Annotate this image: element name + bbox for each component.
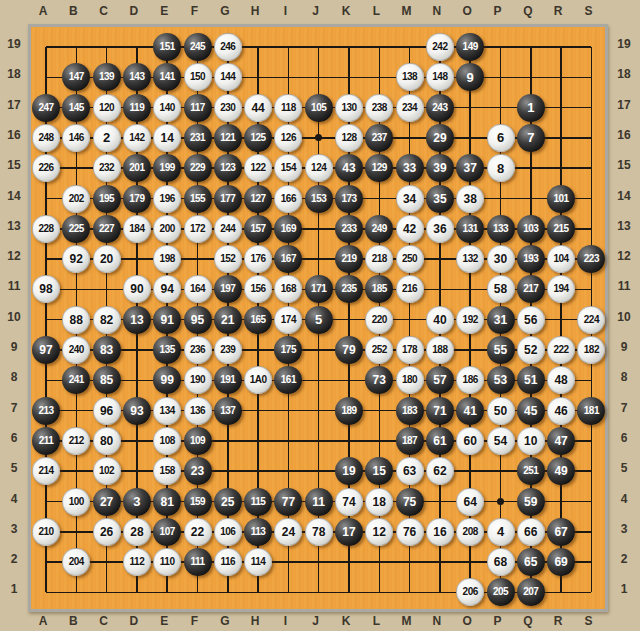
- stone-black-H16[interactable]: 125: [244, 124, 272, 152]
- stone-black-H3[interactable]: 113: [244, 518, 272, 546]
- stone-white-I17[interactable]: 118: [274, 94, 302, 122]
- stone-white-S10[interactable]: 224: [577, 306, 605, 334]
- stone-white-A16[interactable]: 248: [32, 124, 60, 152]
- stone-white-D16[interactable]: 142: [123, 124, 151, 152]
- stone-white-K17[interactable]: 130: [335, 94, 363, 122]
- move-number: 44: [251, 102, 264, 114]
- stone-black-Q1[interactable]: 207: [517, 578, 545, 606]
- stone-black-Q5[interactable]: 251: [517, 457, 545, 485]
- column-label-top: Q: [523, 4, 532, 18]
- stone-black-L5[interactable]: 15: [365, 457, 393, 485]
- move-number: 67: [554, 526, 567, 538]
- stone-white-Q9[interactable]: 52: [517, 336, 545, 364]
- stone-white-J3[interactable]: 78: [305, 518, 333, 546]
- stone-black-R5[interactable]: 49: [547, 457, 575, 485]
- stone-white-L3[interactable]: 12: [365, 518, 393, 546]
- column-label-top: G: [220, 4, 229, 18]
- stone-black-J14[interactable]: 153: [305, 185, 333, 213]
- stone-black-L11[interactable]: 185: [365, 275, 393, 303]
- stone-black-C9[interactable]: 83: [93, 336, 121, 364]
- stone-white-I10[interactable]: 174: [274, 306, 302, 334]
- stone-white-P3[interactable]: 4: [487, 518, 515, 546]
- stone-black-S12[interactable]: 223: [577, 245, 605, 273]
- move-number: 40: [433, 314, 446, 326]
- stone-white-N3[interactable]: 16: [426, 518, 454, 546]
- stone-white-C6[interactable]: 80: [93, 427, 121, 455]
- stone-white-M17[interactable]: 234: [396, 94, 424, 122]
- stone-white-Q6[interactable]: 10: [517, 427, 545, 455]
- stone-black-P10[interactable]: 31: [487, 306, 515, 334]
- move-number: 153: [311, 194, 326, 204]
- stone-black-P1[interactable]: 205: [487, 578, 515, 606]
- stone-black-J11[interactable]: 171: [305, 275, 333, 303]
- stone-black-Q2[interactable]: 65: [517, 548, 545, 576]
- stone-black-C4[interactable]: 27: [93, 488, 121, 516]
- stone-white-B4[interactable]: 100: [62, 488, 90, 516]
- move-number: 186: [463, 375, 478, 385]
- stone-black-I12[interactable]: 167: [274, 245, 302, 273]
- stone-black-K15[interactable]: 43: [335, 154, 363, 182]
- move-number: 129: [372, 163, 387, 173]
- stone-white-I3[interactable]: 24: [274, 518, 302, 546]
- stone-white-E16[interactable]: 14: [153, 124, 181, 152]
- stone-black-A17[interactable]: 247: [32, 94, 60, 122]
- move-number: 61: [433, 435, 446, 447]
- stone-white-N5[interactable]: 62: [426, 457, 454, 485]
- stone-white-N19[interactable]: 242: [426, 33, 454, 61]
- stone-black-R3[interactable]: 67: [547, 518, 575, 546]
- stone-black-Q4[interactable]: 59: [517, 488, 545, 516]
- stone-black-D18[interactable]: 143: [123, 63, 151, 91]
- stone-white-F7[interactable]: 136: [184, 397, 212, 425]
- stone-black-M15[interactable]: 33: [396, 154, 424, 182]
- stone-black-C18[interactable]: 139: [93, 63, 121, 91]
- stone-black-F17[interactable]: 117: [184, 94, 212, 122]
- stone-black-G4[interactable]: 25: [214, 488, 242, 516]
- stone-white-A3[interactable]: 210: [32, 518, 60, 546]
- stone-black-L16[interactable]: 237: [365, 124, 393, 152]
- move-number: 246: [220, 42, 235, 52]
- stone-white-F11[interactable]: 164: [184, 275, 212, 303]
- stone-white-O10[interactable]: 192: [456, 306, 484, 334]
- stone-white-C17[interactable]: 120: [93, 94, 121, 122]
- stone-black-J4[interactable]: 11: [305, 488, 333, 516]
- stone-white-B12[interactable]: 92: [62, 245, 90, 273]
- move-number: 105: [311, 103, 326, 113]
- stone-black-B17[interactable]: 145: [62, 94, 90, 122]
- stone-white-H11[interactable]: 156: [244, 275, 272, 303]
- stone-white-P2[interactable]: 68: [487, 548, 515, 576]
- stone-black-H10[interactable]: 165: [244, 306, 272, 334]
- stone-white-M13[interactable]: 42: [396, 215, 424, 243]
- stone-black-F4[interactable]: 159: [184, 488, 212, 516]
- stone-white-B16[interactable]: 146: [62, 124, 90, 152]
- stone-black-F6[interactable]: 109: [184, 427, 212, 455]
- stone-white-B10[interactable]: 88: [62, 306, 90, 334]
- move-number: 37: [464, 162, 477, 174]
- stone-black-L15[interactable]: 129: [365, 154, 393, 182]
- stone-black-R6[interactable]: 47: [547, 427, 575, 455]
- stone-black-Q12[interactable]: 193: [517, 245, 545, 273]
- stone-white-R9[interactable]: 222: [547, 336, 575, 364]
- move-number: 113: [251, 527, 266, 537]
- move-number: 157: [251, 224, 266, 234]
- move-number: 19: [342, 465, 355, 477]
- move-number: 241: [69, 375, 84, 385]
- stone-black-L13[interactable]: 249: [365, 215, 393, 243]
- move-number: 126: [281, 133, 296, 143]
- stone-white-L17[interactable]: 238: [365, 94, 393, 122]
- stone-black-C14[interactable]: 195: [93, 185, 121, 213]
- stone-white-M14[interactable]: 34: [396, 185, 424, 213]
- move-number: 180: [402, 375, 417, 385]
- stone-black-R14[interactable]: 101: [547, 185, 575, 213]
- stone-white-A5[interactable]: 214: [32, 457, 60, 485]
- stone-white-F18[interactable]: 150: [184, 63, 212, 91]
- stone-white-E5[interactable]: 158: [153, 457, 181, 485]
- stone-black-I9[interactable]: 175: [274, 336, 302, 364]
- stone-white-A13[interactable]: 228: [32, 215, 60, 243]
- stone-white-A15[interactable]: 226: [32, 154, 60, 182]
- stone-white-H17[interactable]: 44: [244, 94, 272, 122]
- move-number: 75: [403, 496, 416, 508]
- stone-black-C8[interactable]: 85: [93, 366, 121, 394]
- stone-black-G14[interactable]: 177: [214, 185, 242, 213]
- stone-white-B2[interactable]: 204: [62, 548, 90, 576]
- stone-black-E4[interactable]: 81: [153, 488, 181, 516]
- stone-white-C16[interactable]: 2: [93, 124, 121, 152]
- stone-white-I15[interactable]: 154: [274, 154, 302, 182]
- stone-black-Q17[interactable]: 1: [517, 94, 545, 122]
- move-number: 90: [130, 283, 143, 295]
- stone-black-N8[interactable]: 57: [426, 366, 454, 394]
- stone-white-E6[interactable]: 108: [153, 427, 181, 455]
- move-number: 189: [341, 406, 356, 416]
- move-number: 174: [281, 315, 296, 325]
- stone-black-A7[interactable]: 213: [32, 397, 60, 425]
- stone-black-B18[interactable]: 147: [62, 63, 90, 91]
- stone-black-K13[interactable]: 233: [335, 215, 363, 243]
- move-number: 154: [281, 163, 296, 173]
- stone-black-G15[interactable]: 123: [214, 154, 242, 182]
- stone-black-B13[interactable]: 225: [62, 215, 90, 243]
- stone-white-H15[interactable]: 122: [244, 154, 272, 182]
- stone-black-J17[interactable]: 105: [305, 94, 333, 122]
- move-number: 132: [463, 254, 478, 264]
- stone-black-F10[interactable]: 95: [184, 306, 212, 334]
- stone-white-L9[interactable]: 252: [365, 336, 393, 364]
- stone-black-Q16[interactable]: 7: [517, 124, 545, 152]
- stone-black-K14[interactable]: 173: [335, 185, 363, 213]
- stone-white-N9[interactable]: 188: [426, 336, 454, 364]
- stone-white-D13[interactable]: 184: [123, 215, 151, 243]
- stone-white-H12[interactable]: 176: [244, 245, 272, 273]
- stone-black-K12[interactable]: 219: [335, 245, 363, 273]
- stone-black-J10[interactable]: 5: [305, 306, 333, 334]
- move-number: 188: [432, 345, 447, 355]
- move-number: 4: [497, 525, 504, 538]
- stone-white-R11[interactable]: 194: [547, 275, 575, 303]
- stone-black-N14[interactable]: 35: [426, 185, 454, 213]
- stone-white-G17[interactable]: 230: [214, 94, 242, 122]
- stone-black-G7[interactable]: 137: [214, 397, 242, 425]
- stone-black-R2[interactable]: 69: [547, 548, 575, 576]
- stone-black-N15[interactable]: 39: [426, 154, 454, 182]
- move-number: 199: [160, 163, 175, 173]
- move-number: 121: [220, 133, 235, 143]
- stone-white-E12[interactable]: 198: [153, 245, 181, 273]
- stone-black-A6[interactable]: 211: [32, 427, 60, 455]
- stone-white-E2[interactable]: 110: [153, 548, 181, 576]
- stone-white-F3[interactable]: 22: [184, 518, 212, 546]
- stone-black-E3[interactable]: 107: [153, 518, 181, 546]
- stone-white-P12[interactable]: 30: [487, 245, 515, 273]
- move-number: 27: [100, 496, 113, 508]
- stone-black-H13[interactable]: 157: [244, 215, 272, 243]
- stone-white-P16[interactable]: 6: [487, 124, 515, 152]
- move-number: 24: [282, 526, 295, 538]
- stone-black-F2[interactable]: 111: [184, 548, 212, 576]
- move-number: 123: [220, 163, 235, 173]
- stone-white-D3[interactable]: 28: [123, 518, 151, 546]
- stone-white-G18[interactable]: 144: [214, 63, 242, 91]
- stone-white-L12[interactable]: 218: [365, 245, 393, 273]
- stone-black-G11[interactable]: 197: [214, 275, 242, 303]
- move-number: 164: [190, 284, 205, 294]
- stone-white-C10[interactable]: 82: [93, 306, 121, 334]
- column-label-top: J: [312, 4, 319, 18]
- stone-black-O19[interactable]: 149: [456, 33, 484, 61]
- stone-black-E9[interactable]: 135: [153, 336, 181, 364]
- stone-black-M7[interactable]: 183: [396, 397, 424, 425]
- move-number: 219: [341, 254, 356, 264]
- stone-white-R12[interactable]: 104: [547, 245, 575, 273]
- stone-white-C15[interactable]: 232: [93, 154, 121, 182]
- stone-white-E13[interactable]: 200: [153, 215, 181, 243]
- stone-white-G13[interactable]: 244: [214, 215, 242, 243]
- stone-black-N6[interactable]: 61: [426, 427, 454, 455]
- stone-black-M4[interactable]: 75: [396, 488, 424, 516]
- stone-black-P13[interactable]: 133: [487, 215, 515, 243]
- stone-white-Q10[interactable]: 56: [517, 306, 545, 334]
- stone-black-F16[interactable]: 231: [184, 124, 212, 152]
- stone-white-L4[interactable]: 18: [365, 488, 393, 516]
- move-number: 245: [190, 42, 205, 52]
- stone-white-S9[interactable]: 182: [577, 336, 605, 364]
- stone-black-K7[interactable]: 189: [335, 397, 363, 425]
- column-label-top: B: [69, 4, 78, 18]
- stone-black-N7[interactable]: 71: [426, 397, 454, 425]
- stone-white-A11[interactable]: 98: [32, 275, 60, 303]
- stone-black-Q11[interactable]: 217: [517, 275, 545, 303]
- stone-black-F5[interactable]: 23: [184, 457, 212, 485]
- stone-white-G2[interactable]: 116: [214, 548, 242, 576]
- stone-black-K5[interactable]: 19: [335, 457, 363, 485]
- move-number: 167: [281, 254, 296, 264]
- move-number: 31: [494, 314, 507, 326]
- move-number: 177: [220, 194, 235, 204]
- stone-black-B8[interactable]: 241: [62, 366, 90, 394]
- stone-white-O14[interactable]: 38: [456, 185, 484, 213]
- move-number: 240: [69, 345, 84, 355]
- stone-black-E15[interactable]: 199: [153, 154, 181, 182]
- move-number: 196: [160, 194, 175, 204]
- move-number: 78: [312, 526, 325, 538]
- stone-white-P15[interactable]: 8: [487, 154, 515, 182]
- stone-black-H14[interactable]: 127: [244, 185, 272, 213]
- stone-black-D17[interactable]: 119: [123, 94, 151, 122]
- stone-white-O6[interactable]: 60: [456, 427, 484, 455]
- stone-white-M3[interactable]: 76: [396, 518, 424, 546]
- stone-black-N16[interactable]: 29: [426, 124, 454, 152]
- stone-black-F19[interactable]: 245: [184, 33, 212, 61]
- move-number: 182: [584, 345, 599, 355]
- stone-black-P9[interactable]: 55: [487, 336, 515, 364]
- stone-black-I4[interactable]: 77: [274, 488, 302, 516]
- stone-black-F14[interactable]: 155: [184, 185, 212, 213]
- stone-white-C3[interactable]: 26: [93, 518, 121, 546]
- stone-white-M9[interactable]: 178: [396, 336, 424, 364]
- stone-white-R8[interactable]: 48: [547, 366, 575, 394]
- stone-white-N13[interactable]: 36: [426, 215, 454, 243]
- stone-white-D11[interactable]: 90: [123, 275, 151, 303]
- stone-white-K16[interactable]: 128: [335, 124, 363, 152]
- stone-black-D15[interactable]: 201: [123, 154, 151, 182]
- stone-white-B6[interactable]: 212: [62, 427, 90, 455]
- stone-black-M6[interactable]: 187: [396, 427, 424, 455]
- stone-black-E10[interactable]: 91: [153, 306, 181, 334]
- stone-black-H4[interactable]: 115: [244, 488, 272, 516]
- stone-white-M8[interactable]: 180: [396, 366, 424, 394]
- stone-white-M12[interactable]: 250: [396, 245, 424, 273]
- stone-black-D10[interactable]: 13: [123, 306, 151, 334]
- stone-black-S7[interactable]: 181: [577, 397, 605, 425]
- move-number: 208: [463, 527, 478, 537]
- stone-white-E17[interactable]: 140: [153, 94, 181, 122]
- stone-black-Q13[interactable]: 103: [517, 215, 545, 243]
- column-label-bottom: Q: [523, 614, 532, 628]
- stone-white-H8[interactable]: 1A0: [244, 366, 272, 394]
- row-label-right: 7: [621, 401, 628, 415]
- stone-black-K11[interactable]: 235: [335, 275, 363, 303]
- stone-white-O4[interactable]: 64: [456, 488, 484, 516]
- move-number: 100: [69, 497, 84, 507]
- stone-white-J15[interactable]: 124: [305, 154, 333, 182]
- stone-black-D7[interactable]: 93: [123, 397, 151, 425]
- stone-white-L10[interactable]: 220: [365, 306, 393, 334]
- move-number: 217: [523, 284, 538, 294]
- stone-white-P6[interactable]: 54: [487, 427, 515, 455]
- stone-white-I14[interactable]: 166: [274, 185, 302, 213]
- stone-white-G12[interactable]: 152: [214, 245, 242, 273]
- stone-white-G19[interactable]: 246: [214, 33, 242, 61]
- stone-white-N10[interactable]: 40: [426, 306, 454, 334]
- stone-white-F9[interactable]: 236: [184, 336, 212, 364]
- stone-white-C5[interactable]: 102: [93, 457, 121, 485]
- stone-black-Q8[interactable]: 51: [517, 366, 545, 394]
- stone-black-O15[interactable]: 37: [456, 154, 484, 182]
- move-number: 212: [69, 436, 84, 446]
- stone-black-N17[interactable]: 243: [426, 94, 454, 122]
- stone-white-F13[interactable]: 172: [184, 215, 212, 243]
- stone-white-I11[interactable]: 168: [274, 275, 302, 303]
- move-number: 96: [100, 405, 113, 417]
- stone-white-F8[interactable]: 190: [184, 366, 212, 394]
- stone-white-H2[interactable]: 114: [244, 548, 272, 576]
- column-label-top: H: [251, 4, 260, 18]
- stone-white-E7[interactable]: 134: [153, 397, 181, 425]
- stone-black-Q7[interactable]: 45: [517, 397, 545, 425]
- move-number: 74: [342, 496, 355, 508]
- stone-white-M18[interactable]: 138: [396, 63, 424, 91]
- go-board[interactable]: 1512452462421491471391431411501441381489…: [28, 24, 608, 612]
- stone-black-F15[interactable]: 229: [184, 154, 212, 182]
- row-label-right: 18: [617, 67, 630, 81]
- stone-black-O18[interactable]: 9: [456, 63, 484, 91]
- stone-black-L8[interactable]: 73: [365, 366, 393, 394]
- move-number: 35: [433, 193, 446, 205]
- stone-white-O8[interactable]: 186: [456, 366, 484, 394]
- stone-black-O13[interactable]: 131: [456, 215, 484, 243]
- stone-black-E8[interactable]: 99: [153, 366, 181, 394]
- stone-white-D2[interactable]: 112: [123, 548, 151, 576]
- stone-white-C12[interactable]: 20: [93, 245, 121, 273]
- stone-black-G8[interactable]: 191: [214, 366, 242, 394]
- stone-black-R13[interactable]: 215: [547, 215, 575, 243]
- stone-white-P7[interactable]: 50: [487, 397, 515, 425]
- stone-white-R7[interactable]: 46: [547, 397, 575, 425]
- stone-black-I8[interactable]: 161: [274, 366, 302, 394]
- stone-white-G3[interactable]: 106: [214, 518, 242, 546]
- move-number: 194: [554, 284, 569, 294]
- stone-black-E19[interactable]: 151: [153, 33, 181, 61]
- stone-white-I16[interactable]: 126: [274, 124, 302, 152]
- stone-black-K9[interactable]: 79: [335, 336, 363, 364]
- stone-black-G10[interactable]: 21: [214, 306, 242, 334]
- stone-white-N18[interactable]: 148: [426, 63, 454, 91]
- stone-white-B9[interactable]: 240: [62, 336, 90, 364]
- stone-white-E11[interactable]: 94: [153, 275, 181, 303]
- stone-black-I13[interactable]: 169: [274, 215, 302, 243]
- stone-white-P11[interactable]: 58: [487, 275, 515, 303]
- move-number: 16: [433, 526, 446, 538]
- stone-black-G16[interactable]: 121: [214, 124, 242, 152]
- stone-white-Q3[interactable]: 66: [517, 518, 545, 546]
- stone-black-A9[interactable]: 97: [32, 336, 60, 364]
- row-label-left: 16: [7, 128, 20, 142]
- stone-black-D4[interactable]: 3: [123, 488, 151, 516]
- stone-white-M11[interactable]: 216: [396, 275, 424, 303]
- stone-white-C7[interactable]: 96: [93, 397, 121, 425]
- stone-white-B14[interactable]: 202: [62, 185, 90, 213]
- column-label-top: L: [373, 4, 380, 18]
- stone-black-D14[interactable]: 179: [123, 185, 151, 213]
- stone-white-O3[interactable]: 208: [456, 518, 484, 546]
- stone-black-K3[interactable]: 17: [335, 518, 363, 546]
- stone-white-K4[interactable]: 74: [335, 488, 363, 516]
- stone-white-G9[interactable]: 239: [214, 336, 242, 364]
- stone-black-O7[interactable]: 41: [456, 397, 484, 425]
- stone-black-E18[interactable]: 141: [153, 63, 181, 91]
- stone-white-O1[interactable]: 206: [456, 578, 484, 606]
- stone-white-M5[interactable]: 63: [396, 457, 424, 485]
- stone-black-C13[interactable]: 227: [93, 215, 121, 243]
- move-number: 185: [372, 284, 387, 294]
- stone-white-E14[interactable]: 196: [153, 185, 181, 213]
- stone-white-O12[interactable]: 132: [456, 245, 484, 273]
- stone-black-P8[interactable]: 53: [487, 366, 515, 394]
- move-number: 112: [130, 557, 145, 567]
